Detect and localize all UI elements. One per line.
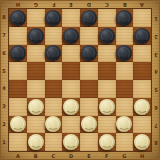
rank-labels-right: 12345678: [152, 9, 160, 151]
square-b2[interactable]: [27, 116, 45, 134]
square-e1[interactable]: [80, 133, 98, 151]
square-b5[interactable]: [27, 62, 45, 80]
square-f3[interactable]: [98, 98, 116, 116]
file-labels-top: HGFEDCBA: [9, 0, 151, 8]
rank-label-left-3: 3: [0, 98, 8, 116]
rank-label-left-5: 5: [0, 62, 8, 80]
square-g2[interactable]: [116, 116, 134, 134]
square-e3[interactable]: [80, 98, 98, 116]
file-label-bottom-e: E: [80, 154, 98, 159]
square-d6[interactable]: [62, 45, 80, 63]
rank-label-right-1: 1: [152, 9, 160, 27]
file-label-bottom-f: F: [98, 154, 116, 159]
square-f6[interactable]: [98, 45, 116, 63]
piece-dark-c8[interactable]: [45, 10, 61, 26]
rank-label-right-5: 5: [152, 80, 160, 98]
square-h5[interactable]: [133, 62, 151, 80]
square-c3[interactable]: [45, 98, 63, 116]
square-c4[interactable]: [45, 80, 63, 98]
piece-light-f1[interactable]: [99, 134, 115, 150]
square-c7[interactable]: [45, 27, 63, 45]
file-label-top-b: B: [116, 2, 134, 7]
file-label-bottom-h: H: [133, 154, 151, 159]
piece-light-e2[interactable]: [81, 116, 97, 132]
square-b4[interactable]: [27, 80, 45, 98]
rank-label-left-4: 4: [0, 80, 8, 98]
piece-light-a2[interactable]: [10, 116, 26, 132]
file-labels-bottom: ABCDEFGH: [9, 152, 151, 160]
file-label-top-h: H: [9, 2, 27, 7]
square-d8[interactable]: [62, 9, 80, 27]
square-e5[interactable]: [80, 62, 98, 80]
square-g1[interactable]: [116, 133, 134, 151]
piece-light-d1[interactable]: [63, 134, 79, 150]
piece-dark-d7[interactable]: [63, 28, 79, 44]
square-a8[interactable]: [9, 9, 27, 27]
square-g4[interactable]: [116, 80, 134, 98]
square-a7[interactable]: [9, 27, 27, 45]
checkers-board: [8, 8, 152, 152]
file-label-bottom-b: B: [27, 154, 45, 159]
file-label-top-d: D: [80, 2, 98, 7]
square-g6[interactable]: [116, 45, 134, 63]
square-f5[interactable]: [98, 62, 116, 80]
square-f2[interactable]: [98, 116, 116, 134]
piece-light-b1[interactable]: [28, 134, 44, 150]
piece-dark-e6[interactable]: [81, 45, 97, 61]
square-b6[interactable]: [27, 45, 45, 63]
square-h1[interactable]: [133, 133, 151, 151]
square-g7[interactable]: [116, 27, 134, 45]
file-label-top-a: A: [133, 2, 151, 7]
square-h4[interactable]: [133, 80, 151, 98]
square-h2[interactable]: [133, 116, 151, 134]
piece-dark-a8[interactable]: [10, 10, 26, 26]
square-e4[interactable]: [80, 80, 98, 98]
rank-label-left-6: 6: [0, 45, 8, 63]
file-label-top-c: C: [98, 2, 116, 7]
square-d7[interactable]: [62, 27, 80, 45]
piece-light-h3[interactable]: [134, 99, 150, 115]
square-c6[interactable]: [45, 45, 63, 63]
piece-dark-e8[interactable]: [81, 10, 97, 26]
square-d5[interactable]: [62, 62, 80, 80]
file-label-top-e: E: [62, 2, 80, 7]
square-c1[interactable]: [45, 133, 63, 151]
piece-dark-h7[interactable]: [134, 28, 150, 44]
piece-dark-b7[interactable]: [28, 28, 44, 44]
piece-light-d3[interactable]: [63, 99, 79, 115]
square-f8[interactable]: [98, 9, 116, 27]
piece-dark-c6[interactable]: [45, 45, 61, 61]
checkers-app: HGFEDCBA ABCDEFGH 87654321 12345678: [0, 0, 160, 160]
square-a4[interactable]: [9, 80, 27, 98]
file-label-top-g: G: [27, 2, 45, 7]
piece-dark-g6[interactable]: [116, 45, 132, 61]
square-a1[interactable]: [9, 133, 27, 151]
square-a6[interactable]: [9, 45, 27, 63]
file-label-bottom-a: A: [9, 154, 27, 159]
file-label-bottom-d: D: [62, 154, 80, 159]
square-a2[interactable]: [9, 116, 27, 134]
square-b3[interactable]: [27, 98, 45, 116]
rank-label-left-1: 1: [0, 133, 8, 151]
piece-light-h1[interactable]: [134, 134, 150, 150]
square-e2[interactable]: [80, 116, 98, 134]
square-e7[interactable]: [80, 27, 98, 45]
square-d1[interactable]: [62, 133, 80, 151]
square-c2[interactable]: [45, 116, 63, 134]
square-b1[interactable]: [27, 133, 45, 151]
rank-label-right-2: 2: [152, 27, 160, 45]
file-label-bottom-g: G: [116, 154, 134, 159]
square-c5[interactable]: [45, 62, 63, 80]
rank-label-left-7: 7: [0, 27, 8, 45]
rank-label-right-7: 7: [152, 116, 160, 134]
piece-light-f3[interactable]: [99, 99, 115, 115]
piece-dark-g8[interactable]: [116, 10, 132, 26]
file-label-bottom-c: C: [45, 154, 63, 159]
square-e6[interactable]: [80, 45, 98, 63]
rank-label-right-6: 6: [152, 98, 160, 116]
rank-label-left-2: 2: [0, 116, 8, 134]
piece-light-c2[interactable]: [45, 116, 61, 132]
square-d2[interactable]: [62, 116, 80, 134]
square-d3[interactable]: [62, 98, 80, 116]
rank-labels-left: 87654321: [0, 9, 8, 151]
rank-label-right-3: 3: [152, 45, 160, 63]
piece-dark-f7[interactable]: [99, 28, 115, 44]
square-f4[interactable]: [98, 80, 116, 98]
piece-light-b3[interactable]: [28, 99, 44, 115]
file-label-top-f: F: [45, 2, 63, 7]
square-e8[interactable]: [80, 9, 98, 27]
square-a5[interactable]: [9, 62, 27, 80]
rank-label-left-8: 8: [0, 9, 8, 27]
piece-dark-a6[interactable]: [10, 45, 26, 61]
square-b7[interactable]: [27, 27, 45, 45]
square-b8[interactable]: [27, 9, 45, 27]
square-g5[interactable]: [116, 62, 134, 80]
square-d4[interactable]: [62, 80, 80, 98]
square-h3[interactable]: [133, 98, 151, 116]
square-h6[interactable]: [133, 45, 151, 63]
square-h8[interactable]: [133, 9, 151, 27]
square-a3[interactable]: [9, 98, 27, 116]
piece-light-g2[interactable]: [116, 116, 132, 132]
square-f1[interactable]: [98, 133, 116, 151]
square-f7[interactable]: [98, 27, 116, 45]
square-c8[interactable]: [45, 9, 63, 27]
square-h7[interactable]: [133, 27, 151, 45]
rank-label-right-4: 4: [152, 62, 160, 80]
rank-label-right-8: 8: [152, 133, 160, 151]
square-g8[interactable]: [116, 9, 134, 27]
square-g3[interactable]: [116, 98, 134, 116]
